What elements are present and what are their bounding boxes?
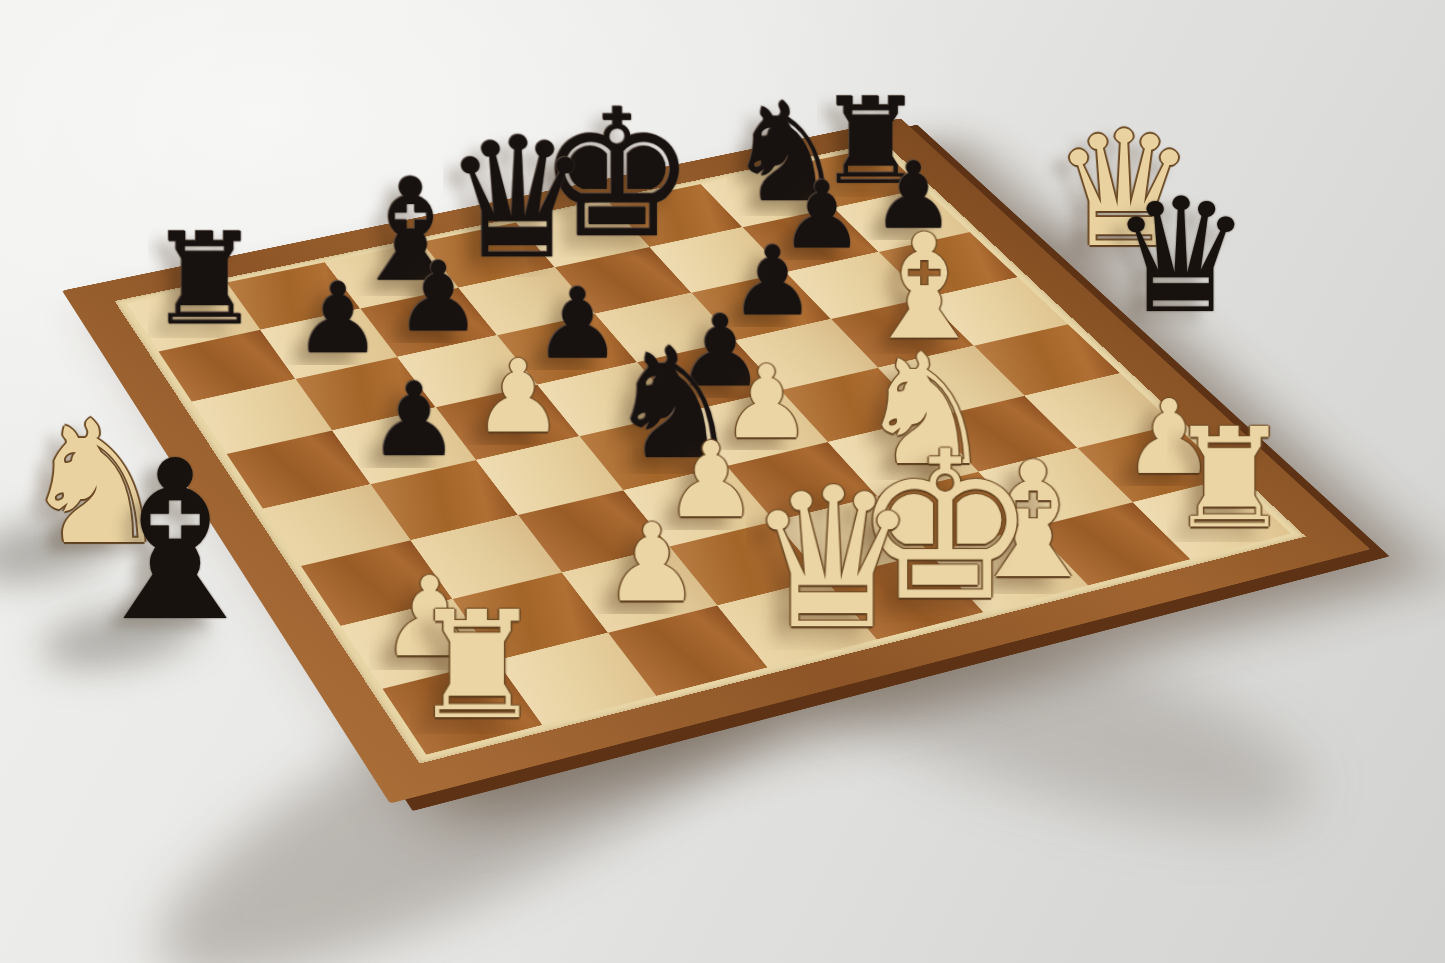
black-rook-a8[interactable]: ♜ (148, 215, 254, 342)
white-pawn-c2[interactable]: ♟ (592, 510, 711, 618)
white-pawn-c5[interactable]: ♟ (463, 347, 574, 448)
black-pawn-b5[interactable]: ♟ (358, 370, 470, 472)
black-pawn-b7[interactable]: ♟ (284, 270, 391, 368)
captured-black-bishop[interactable]: ♝ (65, 432, 285, 652)
white-rook-a1[interactable]: ♜ (410, 591, 534, 740)
black-pawn-c7[interactable]: ♟ (385, 249, 491, 346)
white-rook-h1[interactable]: ♜ (1167, 409, 1282, 547)
chess-photo-scene: ♚♛♜♜♝♝♞♟♟♟♟♟♟♚♛♜♜♝♞♞♟♟♟♟♟♟♟♟ ♞♝♛♛ (0, 0, 1445, 963)
spare-black-queen[interactable]: ♛ (1102, 177, 1260, 335)
white-queen-d1[interactable]: ♛ (746, 462, 866, 656)
